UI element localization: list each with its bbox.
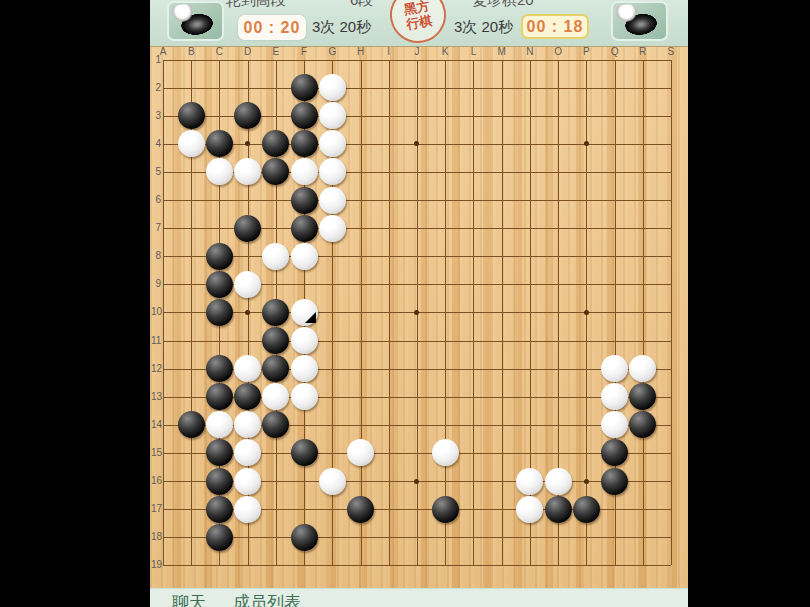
stamp-line2: 行棋 bbox=[405, 13, 433, 32]
star-point-J16 bbox=[414, 479, 419, 484]
stone-black-F7 bbox=[291, 215, 318, 242]
stone-black-D3 bbox=[234, 102, 261, 129]
left-player-byoyomi: 3次 20秒 bbox=[312, 18, 371, 37]
col-label-F: F bbox=[296, 46, 312, 57]
left-player-rank: 6段 bbox=[350, 0, 373, 10]
stone-white-Q12 bbox=[601, 355, 628, 382]
stone-black-C16 bbox=[206, 468, 233, 495]
row-label-5: 5 bbox=[151, 166, 161, 177]
row-label-6: 6 bbox=[151, 194, 161, 205]
game-header: 轮到高段 6段 复珍棋20 00 : 20 3次 20秒 黑方 行棋 3次 20… bbox=[150, 0, 688, 47]
stone-white-D5 bbox=[234, 158, 261, 185]
tab-chat[interactable]: 聊天 bbox=[172, 591, 206, 607]
right-player-byoyomi: 3次 20秒 bbox=[454, 18, 513, 37]
col-label-H: H bbox=[353, 46, 369, 57]
row-label-2: 2 bbox=[151, 82, 161, 93]
row-label-10: 10 bbox=[151, 306, 161, 317]
star-point-J10 bbox=[414, 310, 419, 315]
stone-white-D12 bbox=[234, 355, 261, 382]
stone-black-C13 bbox=[206, 383, 233, 410]
stone-black-D7 bbox=[234, 215, 261, 242]
stone-black-C17 bbox=[206, 496, 233, 523]
stone-white-Q13 bbox=[601, 383, 628, 410]
stone-white-F10 bbox=[291, 299, 318, 326]
row-label-18: 18 bbox=[151, 531, 161, 542]
stone-white-G3 bbox=[319, 102, 346, 129]
stone-white-N17 bbox=[516, 496, 543, 523]
bottom-tab-bar: 聊天 成员列表 bbox=[150, 588, 688, 607]
last-move-marker bbox=[305, 312, 316, 323]
stone-white-N16 bbox=[516, 468, 543, 495]
star-point-P16 bbox=[584, 479, 589, 484]
col-label-N: N bbox=[522, 46, 538, 57]
row-label-17: 17 bbox=[151, 503, 161, 514]
row-label-14: 14 bbox=[151, 419, 161, 430]
row-label-4: 4 bbox=[151, 138, 161, 149]
stone-black-C10 bbox=[206, 299, 233, 326]
row-label-19: 19 bbox=[151, 559, 161, 570]
grid-hline bbox=[163, 341, 671, 342]
stone-white-G2 bbox=[319, 74, 346, 101]
stone-black-R13 bbox=[629, 383, 656, 410]
stone-black-O17 bbox=[545, 496, 572, 523]
stone-black-H17 bbox=[347, 496, 374, 523]
stone-white-G16 bbox=[319, 468, 346, 495]
stone-black-E11 bbox=[262, 327, 289, 354]
stone-black-E4 bbox=[262, 130, 289, 157]
stone-black-Q16 bbox=[601, 468, 628, 495]
row-label-1: 1 bbox=[151, 54, 161, 65]
stone-white-G6 bbox=[319, 187, 346, 214]
star-point-D10 bbox=[245, 310, 250, 315]
stone-white-G4 bbox=[319, 130, 346, 157]
go-stones-avatar-icon bbox=[611, 1, 668, 41]
right-player-name: 复珍棋20 bbox=[472, 0, 534, 10]
stone-black-F2 bbox=[291, 74, 318, 101]
right-player-clock-active: 00 : 18 bbox=[521, 14, 589, 39]
stone-white-D9 bbox=[234, 271, 261, 298]
stone-white-D17 bbox=[234, 496, 261, 523]
stone-black-Q15 bbox=[601, 439, 628, 466]
col-label-O: O bbox=[550, 46, 566, 57]
star-point-P10 bbox=[584, 310, 589, 315]
stone-white-H15 bbox=[347, 439, 374, 466]
col-label-D: D bbox=[240, 46, 256, 57]
go-app-window: 轮到高段 6段 复珍棋20 00 : 20 3次 20秒 黑方 行棋 3次 20… bbox=[150, 0, 688, 607]
grid-vline bbox=[671, 60, 672, 566]
stone-white-G7 bbox=[319, 215, 346, 242]
col-label-Q: Q bbox=[607, 46, 623, 57]
row-label-16: 16 bbox=[151, 475, 161, 486]
stone-white-G5 bbox=[319, 158, 346, 185]
stone-white-O16 bbox=[545, 468, 572, 495]
col-label-M: M bbox=[494, 46, 510, 57]
grid-hline bbox=[163, 256, 671, 257]
stone-black-B3 bbox=[178, 102, 205, 129]
stone-black-E14 bbox=[262, 411, 289, 438]
stone-black-E5 bbox=[262, 158, 289, 185]
stone-white-C5 bbox=[206, 158, 233, 185]
stone-black-P17 bbox=[573, 496, 600, 523]
stone-white-D14 bbox=[234, 411, 261, 438]
stone-black-C18 bbox=[206, 524, 233, 551]
col-label-E: E bbox=[268, 46, 284, 57]
col-label-C: C bbox=[211, 46, 227, 57]
left-player-avatar[interactable] bbox=[167, 1, 224, 41]
stone-black-C12 bbox=[206, 355, 233, 382]
go-board[interactable]: ABCDEFGHIJKLMNOPQRS123456789101112131415… bbox=[150, 46, 688, 588]
go-stones-avatar-icon bbox=[167, 1, 224, 41]
stone-white-F8 bbox=[291, 243, 318, 270]
stone-black-F18 bbox=[291, 524, 318, 551]
stone-black-F6 bbox=[291, 187, 318, 214]
col-label-J: J bbox=[409, 46, 425, 57]
col-label-G: G bbox=[324, 46, 340, 57]
grid-hline bbox=[163, 60, 671, 61]
row-label-3: 3 bbox=[151, 110, 161, 121]
col-label-B: B bbox=[183, 46, 199, 57]
left-player-name: 轮到高段 bbox=[226, 0, 286, 10]
stone-black-B14 bbox=[178, 411, 205, 438]
stone-white-R12 bbox=[629, 355, 656, 382]
stone-white-F5 bbox=[291, 158, 318, 185]
star-point-P4 bbox=[584, 141, 589, 146]
stone-white-D15 bbox=[234, 439, 261, 466]
row-label-8: 8 bbox=[151, 250, 161, 261]
stone-black-F3 bbox=[291, 102, 318, 129]
stone-white-K15 bbox=[432, 439, 459, 466]
stone-black-F4 bbox=[291, 130, 318, 157]
stone-white-F13 bbox=[291, 383, 318, 410]
stone-black-C4 bbox=[206, 130, 233, 157]
col-label-R: R bbox=[635, 46, 651, 57]
col-label-I: I bbox=[381, 46, 397, 57]
grid-hline bbox=[163, 88, 671, 89]
stone-white-B4 bbox=[178, 130, 205, 157]
col-label-L: L bbox=[465, 46, 481, 57]
stone-black-K17 bbox=[432, 496, 459, 523]
right-player-avatar[interactable] bbox=[611, 1, 668, 41]
stone-white-E13 bbox=[262, 383, 289, 410]
row-label-9: 9 bbox=[151, 278, 161, 289]
stone-white-D16 bbox=[234, 468, 261, 495]
grid-hline bbox=[163, 537, 671, 538]
stone-black-C9 bbox=[206, 271, 233, 298]
stone-black-R14 bbox=[629, 411, 656, 438]
stone-black-C15 bbox=[206, 439, 233, 466]
row-label-7: 7 bbox=[151, 222, 161, 233]
turn-stamp-black-to-move: 黑方 行棋 bbox=[386, 0, 451, 47]
col-label-K: K bbox=[437, 46, 453, 57]
left-player-clock: 00 : 20 bbox=[238, 15, 306, 40]
stone-black-D13 bbox=[234, 383, 261, 410]
stone-black-E12 bbox=[262, 355, 289, 382]
row-label-15: 15 bbox=[151, 447, 161, 458]
row-label-12: 12 bbox=[151, 363, 161, 374]
star-point-J4 bbox=[414, 141, 419, 146]
stone-white-E8 bbox=[262, 243, 289, 270]
row-label-13: 13 bbox=[151, 391, 161, 402]
stone-black-E10 bbox=[262, 299, 289, 326]
stone-white-F12 bbox=[291, 355, 318, 382]
stone-white-Q14 bbox=[601, 411, 628, 438]
star-point-D4 bbox=[245, 141, 250, 146]
col-label-S: S bbox=[663, 46, 679, 57]
stone-white-C14 bbox=[206, 411, 233, 438]
grid-hline bbox=[163, 200, 671, 201]
stone-black-F15 bbox=[291, 439, 318, 466]
col-label-P: P bbox=[578, 46, 594, 57]
tab-member-list[interactable]: 成员列表 bbox=[233, 591, 301, 607]
row-label-11: 11 bbox=[151, 335, 161, 346]
stone-black-C8 bbox=[206, 243, 233, 270]
stone-white-F11 bbox=[291, 327, 318, 354]
grid-hline bbox=[163, 565, 671, 566]
